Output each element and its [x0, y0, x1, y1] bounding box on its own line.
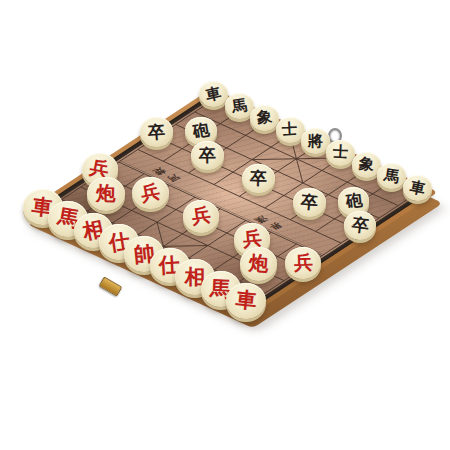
piece-character: 卒 — [351, 216, 370, 235]
piece-character: 象 — [358, 156, 375, 173]
piece-character: 士 — [282, 122, 298, 138]
piece-character: 卒 — [250, 170, 268, 188]
piece-black-車-f8r0[interactable]: 車 — [403, 175, 432, 201]
brass-latch — [99, 276, 123, 296]
piece-character: 將 — [308, 134, 323, 149]
piece-character: 兵 — [191, 206, 212, 227]
piece-character: 兵 — [293, 253, 312, 272]
piece-character: 車 — [235, 289, 258, 312]
piece-black-象-f2r0[interactable]: 象 — [250, 105, 279, 131]
piece-red-炮-f7r7[interactable]: 炮 — [240, 247, 277, 281]
piece-black-卒-f0r3[interactable]: 卒 — [140, 117, 173, 146]
piece-character: 卒 — [199, 147, 216, 164]
xiangqi-product-photo: 楚河 漢界 車馬象士將士象馬車砲砲卒卒卒卒卒兵兵兵兵兵炮炮車馬相仕帥仕相馬車 — [0, 0, 450, 450]
piece-character: 象 — [256, 110, 273, 127]
piece-red-車-f8r9[interactable]: 車 — [226, 283, 266, 319]
piece-character: 馬 — [383, 168, 400, 185]
piece-character: 卒 — [300, 193, 318, 211]
piece-character: 卒 — [148, 123, 166, 141]
piece-red-兵-f4r6[interactable]: 兵 — [183, 200, 219, 233]
piece-black-卒-f6r3[interactable]: 卒 — [293, 188, 326, 217]
piece-character: 炮 — [96, 184, 116, 204]
piece-character: 馬 — [231, 98, 248, 115]
piece-character: 車 — [205, 85, 223, 103]
piece-red-炮-f1r7[interactable]: 炮 — [87, 177, 124, 211]
piece-black-卒-f4r3[interactable]: 卒 — [242, 164, 275, 193]
piece-red-兵-f2r6[interactable]: 兵 — [132, 177, 168, 210]
piece-character: 兵 — [140, 182, 162, 204]
piece-character: 車 — [408, 179, 426, 197]
piece-character: 炮 — [248, 254, 269, 275]
piece-character: 砲 — [192, 122, 211, 141]
piece-black-卒-f2r3[interactable]: 卒 — [191, 141, 224, 170]
piece-character: 士 — [333, 145, 349, 161]
piece-character: 砲 — [345, 192, 363, 210]
